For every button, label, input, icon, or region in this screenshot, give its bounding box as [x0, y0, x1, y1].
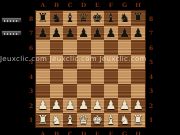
file-label: E [91, 1, 105, 9]
square-c5[interactable] [63, 55, 77, 70]
rank-label: 8 [28, 11, 34, 26]
rank-label: 6 [148, 40, 154, 55]
square-a5[interactable] [36, 55, 50, 70]
white-bishop-piece[interactable]: ♝ [65, 113, 76, 125]
square-f5[interactable] [104, 55, 118, 70]
square-a7[interactable]: ♟ [36, 26, 50, 41]
square-g8[interactable]: ♞ [118, 11, 132, 26]
white-knight-piece[interactable]: ♞ [119, 113, 130, 125]
white-king-piece[interactable]: ♚ [92, 113, 103, 125]
file-label: H [131, 130, 145, 135]
square-d3[interactable] [77, 84, 91, 99]
square-d6[interactable] [77, 40, 91, 55]
square-e2[interactable]: ♟ [91, 98, 105, 113]
button-text-placeholder [4, 33, 19, 35]
square-a8[interactable]: ♜ [36, 11, 50, 26]
square-h3[interactable] [131, 84, 145, 99]
chess-board[interactable]: ♜♞♝♛♚♝♞♜♟♟♟♟♟♟♟♟♟♟♟♟♟♟♟♟♜♞♝♛♚♝♞♜ [35, 10, 146, 128]
rank-label: 5 [148, 55, 154, 70]
square-g4[interactable] [118, 69, 132, 84]
square-e7[interactable]: ♟ [91, 26, 105, 41]
white-pawn-piece[interactable]: ♟ [78, 99, 89, 111]
black-rook-piece[interactable]: ♜ [133, 12, 144, 24]
black-pawn-piece[interactable]: ♟ [78, 26, 89, 38]
white-pawn-piece[interactable]: ♟ [37, 99, 48, 111]
square-a1[interactable]: ♜ [36, 113, 50, 128]
rank-label: 2 [28, 98, 34, 113]
square-f6[interactable] [104, 40, 118, 55]
square-f7[interactable]: ♟ [104, 26, 118, 41]
black-king-piece[interactable]: ♚ [92, 12, 103, 24]
rank-label: 5 [28, 55, 34, 70]
rank-label: 3 [148, 84, 154, 99]
square-g3[interactable] [118, 84, 132, 99]
black-queen-piece[interactable]: ♛ [78, 12, 89, 24]
white-pawn-piece[interactable]: ♟ [133, 99, 144, 111]
file-label: D [77, 1, 91, 9]
black-knight-piece[interactable]: ♞ [51, 12, 62, 24]
square-d5[interactable] [77, 55, 91, 70]
white-pawn-piece[interactable]: ♟ [119, 99, 130, 111]
black-pawn-piece[interactable]: ♟ [51, 26, 62, 38]
square-f8[interactable]: ♝ [104, 11, 118, 26]
square-b3[interactable] [50, 84, 64, 99]
rank-label: 8 [148, 11, 154, 26]
square-h7[interactable]: ♟ [131, 26, 145, 41]
square-b7[interactable]: ♟ [50, 26, 64, 41]
square-g5[interactable] [118, 55, 132, 70]
square-c6[interactable] [63, 40, 77, 55]
black-pawn-piece[interactable]: ♟ [65, 26, 76, 38]
square-c2[interactable]: ♟ [63, 98, 77, 113]
file-labels-top: ABCDEFGH [36, 1, 145, 9]
white-pawn-piece[interactable]: ♟ [106, 99, 117, 111]
square-g6[interactable] [118, 40, 132, 55]
square-b1[interactable]: ♞ [50, 113, 64, 128]
file-label: A [36, 1, 50, 9]
file-label: C [63, 130, 77, 135]
square-c3[interactable] [63, 84, 77, 99]
square-h8[interactable]: ♜ [131, 11, 145, 26]
square-a2[interactable]: ♟ [36, 98, 50, 113]
button-text-placeholder [4, 20, 19, 22]
menu-button-2[interactable] [1, 30, 22, 36]
square-e1[interactable]: ♚ [91, 113, 105, 128]
file-label: G [118, 1, 132, 9]
white-rook-piece[interactable]: ♜ [133, 113, 144, 125]
square-h2[interactable]: ♟ [131, 98, 145, 113]
black-pawn-piece[interactable]: ♟ [106, 26, 117, 38]
white-queen-piece[interactable]: ♛ [78, 113, 89, 125]
white-pawn-piece[interactable]: ♟ [65, 99, 76, 111]
square-d8[interactable]: ♛ [77, 11, 91, 26]
file-label: C [63, 1, 77, 9]
rank-label: 4 [28, 69, 34, 84]
black-bishop-piece[interactable]: ♝ [106, 12, 117, 24]
square-c8[interactable]: ♝ [63, 11, 77, 26]
rank-labels-right: 87654321 [148, 11, 154, 127]
menu-button-1[interactable] [1, 17, 22, 23]
file-label: B [50, 130, 64, 135]
square-b5[interactable] [50, 55, 64, 70]
file-label: F [104, 1, 118, 9]
white-rook-piece[interactable]: ♜ [37, 113, 48, 125]
square-e3[interactable] [91, 84, 105, 99]
square-f2[interactable]: ♟ [104, 98, 118, 113]
file-label: D [77, 130, 91, 135]
white-knight-piece[interactable]: ♞ [51, 113, 62, 125]
file-label: H [131, 1, 145, 9]
square-e4[interactable] [91, 69, 105, 84]
black-bishop-piece[interactable]: ♝ [65, 12, 76, 24]
file-label: B [50, 1, 64, 9]
square-f1[interactable]: ♝ [104, 113, 118, 128]
rank-label: 6 [28, 40, 34, 55]
file-label: A [36, 130, 50, 135]
black-pawn-piece[interactable]: ♟ [119, 26, 130, 38]
rank-label: 1 [28, 113, 34, 128]
square-c4[interactable] [63, 69, 77, 84]
square-h1[interactable]: ♜ [131, 113, 145, 128]
square-d1[interactable]: ♛ [77, 113, 91, 128]
rank-label: 7 [148, 26, 154, 41]
square-h5[interactable] [131, 55, 145, 70]
square-h6[interactable] [131, 40, 145, 55]
square-a4[interactable] [36, 69, 50, 84]
file-labels-bottom: ABCDEFGH [36, 130, 145, 135]
square-e8[interactable]: ♚ [91, 11, 105, 26]
rank-label: 1 [148, 113, 154, 128]
file-label: G [118, 130, 132, 135]
square-g1[interactable]: ♞ [118, 113, 132, 128]
square-f3[interactable] [104, 84, 118, 99]
black-rook-piece[interactable]: ♜ [37, 12, 48, 24]
game-window: ABCDEFGH 87654321 87654321 ♜♞♝♛♚♝♞♜♟♟♟♟♟… [0, 0, 180, 135]
square-d7[interactable]: ♟ [77, 26, 91, 41]
file-label: F [104, 130, 118, 135]
square-c7[interactable]: ♟ [63, 26, 77, 41]
square-d2[interactable]: ♟ [77, 98, 91, 113]
square-a6[interactable] [36, 40, 50, 55]
black-pawn-piece[interactable]: ♟ [133, 26, 144, 38]
square-g7[interactable]: ♟ [118, 26, 132, 41]
square-c1[interactable]: ♝ [63, 113, 77, 128]
black-knight-piece[interactable]: ♞ [119, 12, 130, 24]
rank-label: 2 [148, 98, 154, 113]
square-b6[interactable] [50, 40, 64, 55]
white-bishop-piece[interactable]: ♝ [106, 113, 117, 125]
file-label: E [91, 130, 105, 135]
white-pawn-piece[interactable]: ♟ [92, 99, 103, 111]
rank-label: 4 [148, 69, 154, 84]
square-e5[interactable] [91, 55, 105, 70]
white-pawn-piece[interactable]: ♟ [51, 99, 62, 111]
square-a3[interactable] [36, 84, 50, 99]
square-d4[interactable] [77, 69, 91, 84]
square-g2[interactable]: ♟ [118, 98, 132, 113]
square-e6[interactable] [91, 40, 105, 55]
square-b8[interactable]: ♞ [50, 11, 64, 26]
black-pawn-piece[interactable]: ♟ [92, 26, 103, 38]
square-b2[interactable]: ♟ [50, 98, 64, 113]
black-pawn-piece[interactable]: ♟ [37, 26, 48, 38]
square-f4[interactable] [104, 69, 118, 84]
square-h4[interactable] [131, 69, 145, 84]
rank-label: 7 [28, 26, 34, 41]
rank-labels-left: 87654321 [28, 11, 34, 127]
rank-label: 3 [28, 84, 34, 99]
square-b4[interactable] [50, 69, 64, 84]
